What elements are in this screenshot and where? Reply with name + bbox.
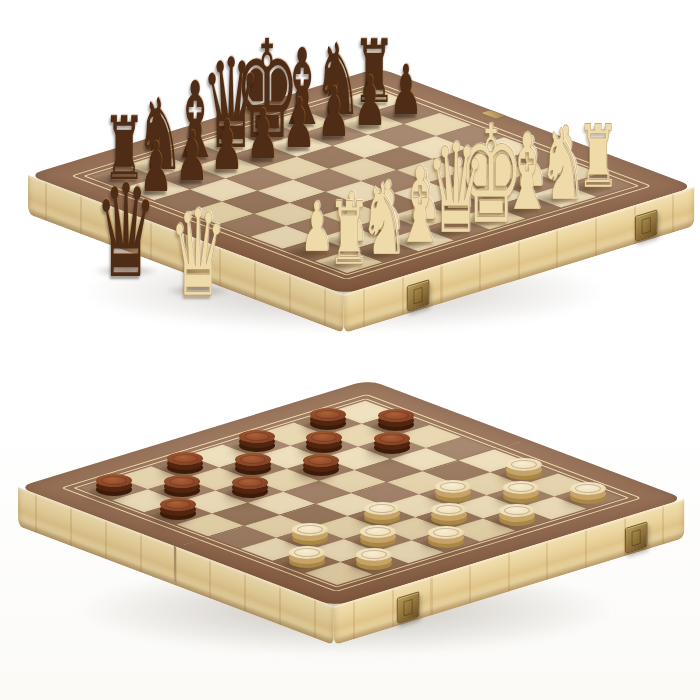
checker-top-face <box>570 482 606 495</box>
checker-brown <box>306 431 342 455</box>
checker-top-face <box>503 481 539 494</box>
checker-top-face <box>235 453 271 466</box>
checker-cream <box>435 480 471 504</box>
checker-top-face <box>239 430 275 443</box>
checker-cream <box>292 523 328 547</box>
checker-brown <box>374 432 410 456</box>
checker-brown <box>232 476 268 500</box>
checker-top-face <box>164 475 200 488</box>
checkers-board-scene <box>0 0 700 700</box>
checker-top-face <box>303 454 339 467</box>
checker-cream <box>356 548 392 572</box>
checker-cream <box>428 526 464 550</box>
checker-cream <box>360 525 396 549</box>
checker-cream <box>570 482 606 506</box>
checker-top-face <box>310 408 346 421</box>
checker-brown <box>164 475 200 499</box>
checker-top-face <box>306 431 342 444</box>
checker-cream <box>499 504 535 528</box>
checkers-pieces-layer <box>0 0 700 700</box>
checker-brown <box>160 498 196 522</box>
checker-brown <box>167 452 203 476</box>
checker-top-face <box>435 480 471 493</box>
checker-cream <box>431 503 467 527</box>
product-photo: ♜♞♝♛♚♝♞♜♟♟♟♟♟♟♟♟♟♟♟♟♟♟♟♟♜♞♝♛♚♝♞♜♛♛ <box>0 0 700 700</box>
checker-brown <box>378 409 414 433</box>
checker-brown <box>303 454 339 478</box>
checker-top-face <box>356 548 392 561</box>
checker-cream <box>503 481 539 505</box>
checker-top-face <box>167 452 203 465</box>
checker-top-face <box>289 546 325 559</box>
checker-top-face <box>428 526 464 539</box>
checker-top-face <box>232 476 268 489</box>
checker-brown <box>239 430 275 454</box>
checker-cream <box>506 458 542 482</box>
checker-top-face <box>96 474 132 487</box>
checker-top-face <box>431 503 467 516</box>
checker-top-face <box>160 498 196 511</box>
checker-top-face <box>506 458 542 471</box>
checker-top-face <box>374 432 410 445</box>
checker-brown <box>96 474 132 498</box>
checker-cream <box>289 546 325 570</box>
checker-brown <box>235 453 271 477</box>
checker-top-face <box>364 502 400 515</box>
checker-top-face <box>360 525 396 538</box>
checker-top-face <box>292 523 328 536</box>
checker-cream <box>364 502 400 526</box>
checker-brown <box>310 408 346 432</box>
checker-top-face <box>378 409 414 422</box>
checker-top-face <box>499 504 535 517</box>
